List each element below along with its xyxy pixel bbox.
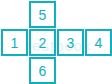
cube-net-diagram: 5 1 2 3 4 6 testbook — [0, 0, 112, 84]
net-cell-5: 5 — [29, 1, 56, 28]
cube-net-board: 5 1 2 3 4 6 — [1, 1, 112, 84]
net-cell-1: 1 — [1, 29, 28, 56]
net-cell-3: 3 — [57, 29, 84, 56]
net-cell-2: 2 — [29, 29, 56, 56]
net-cell-6: 6 — [29, 57, 56, 84]
net-cell-4: 4 — [85, 29, 112, 56]
